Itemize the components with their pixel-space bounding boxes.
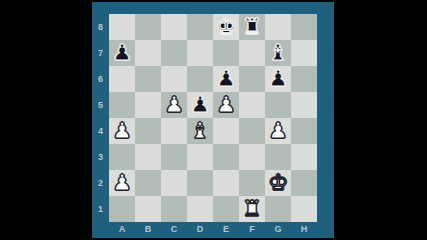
square-d7[interactable] [187,40,213,66]
square-h2[interactable] [291,170,317,196]
file-label-e: E [213,223,239,237]
square-c2[interactable] [161,170,187,196]
rank-label-6: 6 [92,66,109,92]
square-c3[interactable] [161,144,187,170]
square-a5[interactable] [109,92,135,118]
square-g5[interactable] [265,92,291,118]
square-d1[interactable] [187,196,213,222]
square-h4[interactable] [291,118,317,144]
square-f4[interactable] [239,118,265,144]
square-g3[interactable] [265,144,291,170]
square-e7[interactable] [213,40,239,66]
square-b5[interactable] [135,92,161,118]
file-label-g: G [265,223,291,237]
square-c1[interactable] [161,196,187,222]
square-g1[interactable] [265,196,291,222]
piece-black-pawn[interactable]: ♟ [213,66,239,92]
square-d8[interactable] [187,14,213,40]
square-b2[interactable] [135,170,161,196]
rank-label-2: 2 [92,170,109,196]
square-e8[interactable]: ♚ [213,14,239,40]
file-labels: ABCDEFGH [109,223,317,237]
piece-white-pawn[interactable]: ♟ [161,92,187,118]
piece-black-pawn[interactable]: ♟ [109,40,135,66]
rank-label-4: 4 [92,118,109,144]
file-label-b: B [135,223,161,237]
square-d6[interactable] [187,66,213,92]
file-label-h: H [291,223,317,237]
square-e6[interactable]: ♟ [213,66,239,92]
square-f6[interactable] [239,66,265,92]
rank-label-5: 5 [92,92,109,118]
file-label-f: F [239,223,265,237]
square-a8[interactable] [109,14,135,40]
square-b4[interactable] [135,118,161,144]
rank-labels: 87654321 [92,14,109,222]
square-b6[interactable] [135,66,161,92]
square-c4[interactable] [161,118,187,144]
square-d3[interactable] [187,144,213,170]
square-b7[interactable] [135,40,161,66]
square-h3[interactable] [291,144,317,170]
square-h5[interactable] [291,92,317,118]
square-h7[interactable] [291,40,317,66]
square-f8[interactable]: ♜ [239,14,265,40]
square-f2[interactable] [239,170,265,196]
square-f5[interactable] [239,92,265,118]
rank-label-3: 3 [92,144,109,170]
file-label-d: D [187,223,213,237]
square-c7[interactable] [161,40,187,66]
piece-black-bishop[interactable]: ♝ [265,40,291,66]
rank-label-1: 1 [92,196,109,222]
piece-white-pawn[interactable]: ♟ [109,118,135,144]
piece-white-rook[interactable]: ♜ [239,196,265,222]
square-g4[interactable]: ♟ [265,118,291,144]
piece-white-pawn[interactable]: ♟ [109,170,135,196]
chess-panel: 87654321 ♚♜♟♝♟♟♟♟♟♟♝♟♟♚♜ ABCDEFGH [92,2,334,238]
square-h8[interactable] [291,14,317,40]
square-a4[interactable]: ♟ [109,118,135,144]
square-h1[interactable] [291,196,317,222]
square-b8[interactable] [135,14,161,40]
piece-white-king[interactable]: ♚ [265,170,291,196]
square-e1[interactable] [213,196,239,222]
file-label-c: C [161,223,187,237]
square-b1[interactable] [135,196,161,222]
piece-black-rook[interactable]: ♜ [239,14,265,40]
rank-label-8: 8 [92,14,109,40]
square-d2[interactable] [187,170,213,196]
square-a2[interactable]: ♟ [109,170,135,196]
rank-label-7: 7 [92,40,109,66]
square-a3[interactable] [109,144,135,170]
square-b3[interactable] [135,144,161,170]
square-d4[interactable]: ♝ [187,118,213,144]
square-a7[interactable]: ♟ [109,40,135,66]
piece-white-pawn[interactable]: ♟ [265,118,291,144]
piece-black-king[interactable]: ♚ [213,14,239,40]
piece-black-pawn[interactable]: ♟ [187,92,213,118]
square-e2[interactable] [213,170,239,196]
square-g7[interactable]: ♝ [265,40,291,66]
piece-black-pawn[interactable]: ♟ [265,66,291,92]
file-label-a: A [109,223,135,237]
square-a6[interactable] [109,66,135,92]
square-h6[interactable] [291,66,317,92]
square-a1[interactable] [109,196,135,222]
chess-board: ♚♜♟♝♟♟♟♟♟♟♝♟♟♚♜ [109,14,317,222]
square-c6[interactable] [161,66,187,92]
square-c8[interactable] [161,14,187,40]
square-f7[interactable] [239,40,265,66]
piece-white-bishop[interactable]: ♝ [187,118,213,144]
square-f1[interactable]: ♜ [239,196,265,222]
square-g6[interactable]: ♟ [265,66,291,92]
video-frame: { "game": "chess", "position": { "fen": … [0,0,427,240]
square-g2[interactable]: ♚ [265,170,291,196]
square-c5[interactable]: ♟ [161,92,187,118]
square-e4[interactable] [213,118,239,144]
square-g8[interactable] [265,14,291,40]
square-e5[interactable]: ♟ [213,92,239,118]
piece-white-pawn[interactable]: ♟ [213,92,239,118]
square-d5[interactable]: ♟ [187,92,213,118]
square-f3[interactable] [239,144,265,170]
square-e3[interactable] [213,144,239,170]
